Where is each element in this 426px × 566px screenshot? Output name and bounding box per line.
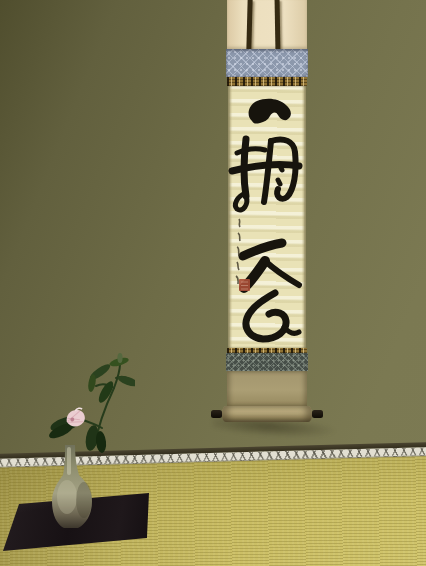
ikebana-flower [40,350,135,455]
kanji-e-stroke [246,293,286,339]
scroll-gold-band-top [227,77,307,86]
hanging-chain-left [246,0,252,49]
scroll-top-brocade [226,49,308,77]
scene-caption: Japanese tokonoma alcove: hanging callig… [0,0,1,1]
scroll-roller [222,406,312,422]
kanji-go-stroke [235,193,246,210]
vase-shade [76,482,92,518]
kanji-e-stroke [284,327,299,333]
flower-bud [117,353,122,363]
leaf [116,373,135,388]
hanging-scroll: 一期一会 [226,0,308,424]
kanji-ichi-2 [243,243,282,256]
kanji-e-stroke [265,261,299,285]
signature-script [236,219,240,284]
kanji-go-stroke [280,166,282,170]
vase-highlight [57,480,77,514]
scroll-paper: 一期一会 [228,86,306,348]
scroll-bottom-panel [227,371,307,406]
hanging-chain-right [275,0,281,49]
tokonoma-photo: 一期一会 Japanese tokonoma alcove: hanging c… [0,0,426,566]
roller-knob-right [312,410,323,418]
calligraphy-ink [228,86,306,348]
kanji-ichi-1 [249,99,291,124]
kanji-go-stroke [278,180,280,184]
scroll-bottom-brocade [226,353,308,371]
roller-knob-left [211,410,222,418]
scroll-hanger-panel [227,0,307,49]
kanji-go-stroke [237,149,265,153]
